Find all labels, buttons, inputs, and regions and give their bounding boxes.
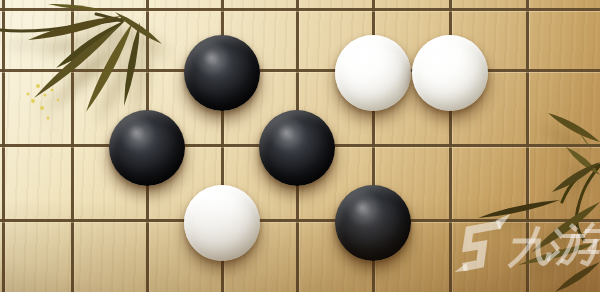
stone-black	[259, 110, 335, 186]
stone-white	[184, 185, 260, 261]
grid-line-horizontal	[0, 8, 600, 11]
stone-black	[335, 185, 411, 261]
stone-white	[335, 35, 411, 111]
grid-line-horizontal	[0, 219, 600, 222]
gomoku-board-scene	[0, 0, 600, 292]
stone-white	[412, 35, 488, 111]
grid-line-horizontal	[0, 69, 600, 72]
stone-black	[109, 110, 185, 186]
stone-black	[184, 35, 260, 111]
